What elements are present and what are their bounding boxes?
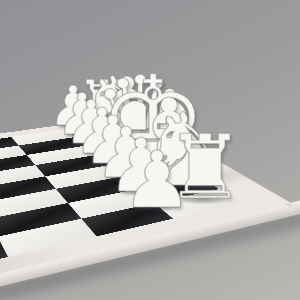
chess-set-photo-scene: ♜♞♝♛♚♝♞♜♟♟♟♟♟♟♟♟	[0, 0, 300, 300]
